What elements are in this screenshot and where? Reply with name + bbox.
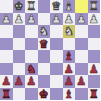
square-c7[interactable]: ♟ <box>63 75 76 88</box>
square-g1[interactable]: ♚ <box>13 0 26 13</box>
square-d7[interactable] <box>50 75 63 88</box>
square-h2[interactable]: ♟ <box>0 13 13 26</box>
square-f8[interactable] <box>25 88 38 101</box>
square-d6[interactable] <box>50 63 63 76</box>
square-f3[interactable] <box>25 25 38 38</box>
square-b8[interactable] <box>75 88 88 101</box>
square-h4[interactable] <box>0 38 13 51</box>
piece-black-king[interactable]: ♚ <box>39 88 49 101</box>
square-b4[interactable] <box>75 38 88 51</box>
square-d4[interactable] <box>50 38 63 51</box>
piece-white-queen[interactable]: ♛ <box>51 0 61 13</box>
square-d8[interactable] <box>50 88 63 101</box>
square-a7[interactable] <box>88 75 101 88</box>
square-g6[interactable] <box>13 63 26 76</box>
piece-white-king[interactable]: ♚ <box>14 0 24 13</box>
piece-white-rook[interactable]: ♜ <box>89 0 99 13</box>
square-e6[interactable] <box>38 63 51 76</box>
square-a6[interactable]: ♟ <box>88 63 101 76</box>
piece-white-pawn[interactable]: ♟ <box>76 13 86 26</box>
piece-black-pawn[interactable]: ♟ <box>76 75 86 88</box>
square-d3[interactable] <box>50 25 63 38</box>
piece-black-queen[interactable]: ♛ <box>39 38 49 51</box>
square-b5[interactable] <box>75 50 88 63</box>
square-e3[interactable]: ♞ <box>38 25 51 38</box>
square-c6[interactable]: ♟ <box>63 63 76 76</box>
piece-white-knight[interactable]: ♞ <box>64 25 74 38</box>
square-b2[interactable]: ♟ <box>75 13 88 26</box>
piece-black-pawn[interactable]: ♟ <box>64 75 74 88</box>
square-g5[interactable] <box>13 50 26 63</box>
piece-white-bishop[interactable]: ♝ <box>64 0 74 13</box>
piece-black-pawn[interactable]: ♟ <box>64 63 74 76</box>
piece-white-pawn[interactable]: ♟ <box>14 13 24 26</box>
square-d5[interactable] <box>50 50 63 63</box>
square-b6[interactable] <box>75 63 88 76</box>
square-e7[interactable] <box>38 75 51 88</box>
square-a4[interactable] <box>88 38 101 51</box>
square-h7[interactable]: ♟ <box>0 75 13 88</box>
square-a8[interactable]: ♜ <box>88 88 101 101</box>
square-h3[interactable] <box>0 25 13 38</box>
square-f7[interactable]: ♟ <box>25 75 38 88</box>
square-c4[interactable] <box>63 38 76 51</box>
piece-white-knight[interactable]: ♞ <box>39 25 49 38</box>
square-g7[interactable]: ♟ <box>13 75 26 88</box>
square-f1[interactable]: ♜ <box>25 0 38 13</box>
piece-white-rook[interactable]: ♜ <box>26 0 36 13</box>
piece-black-pawn[interactable]: ♟ <box>89 63 99 76</box>
piece-black-pawn[interactable]: ♟ <box>26 75 36 88</box>
square-e1[interactable] <box>38 0 51 13</box>
square-f6[interactable]: ♞ <box>25 63 38 76</box>
square-e8[interactable]: ♚ <box>38 88 51 101</box>
square-h5[interactable] <box>0 50 13 63</box>
square-d1[interactable]: ♛ <box>50 0 63 13</box>
piece-black-pawn[interactable]: ♟ <box>14 75 24 88</box>
piece-black-rook[interactable]: ♜ <box>89 88 99 101</box>
square-b1[interactable] <box>75 0 88 13</box>
square-b3[interactable] <box>75 25 88 38</box>
square-a5[interactable] <box>88 50 101 63</box>
square-d2[interactable]: ♟ <box>50 13 63 26</box>
piece-white-pawn[interactable]: ♟ <box>64 13 74 26</box>
piece-black-bishop[interactable]: ♝ <box>64 88 74 101</box>
square-e4[interactable]: ♛ <box>38 38 51 51</box>
square-h6[interactable] <box>0 63 13 76</box>
square-f2[interactable]: ♟ <box>25 13 38 26</box>
piece-white-pawn[interactable]: ♟ <box>26 13 36 26</box>
square-h1[interactable] <box>0 0 13 13</box>
square-f4[interactable] <box>25 38 38 51</box>
square-a2[interactable]: ♟ <box>88 13 101 26</box>
square-c1[interactable]: ♝ <box>63 0 76 13</box>
square-g3[interactable] <box>13 25 26 38</box>
square-g4[interactable] <box>13 38 26 51</box>
piece-black-bishop[interactable]: ♝ <box>64 50 74 63</box>
square-f5[interactable] <box>25 50 38 63</box>
square-h8[interactable]: ♜ <box>0 88 13 101</box>
square-e5[interactable] <box>38 50 51 63</box>
square-c5[interactable]: ♝ <box>63 50 76 63</box>
chess-board: ♚♜♛♝♜♟♟♟♟♟♟♟♞♞♛♝♞♟♟♟♟♟♟♟♜♚♝♜ <box>0 0 100 100</box>
square-c2[interactable]: ♟ <box>63 13 76 26</box>
piece-black-knight[interactable]: ♞ <box>26 63 36 76</box>
piece-white-pawn[interactable]: ♟ <box>51 13 61 26</box>
square-a1[interactable]: ♜ <box>88 0 101 13</box>
square-c8[interactable]: ♝ <box>63 88 76 101</box>
piece-black-pawn[interactable]: ♟ <box>1 75 11 88</box>
square-c3[interactable]: ♞ <box>63 25 76 38</box>
square-g2[interactable]: ♟ <box>13 13 26 26</box>
square-a3[interactable] <box>88 25 101 38</box>
piece-white-pawn[interactable]: ♟ <box>1 13 11 26</box>
piece-white-pawn[interactable]: ♟ <box>89 13 99 26</box>
square-b7[interactable]: ♟ <box>75 75 88 88</box>
piece-black-rook[interactable]: ♜ <box>1 88 11 101</box>
square-e2[interactable] <box>38 13 51 26</box>
square-g8[interactable] <box>13 88 26 101</box>
